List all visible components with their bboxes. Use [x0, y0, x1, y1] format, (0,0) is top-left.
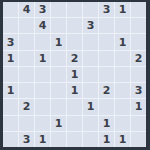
empty-cell-r8c9[interactable]	[131, 116, 146, 131]
empty-cell-r5c6[interactable]	[83, 67, 98, 82]
empty-cell-r4c2[interactable]	[19, 51, 34, 66]
empty-cell-r8c8[interactable]	[115, 116, 130, 131]
clue-cell-r5c5: 1	[67, 67, 82, 82]
empty-cell-r4c6[interactable]	[83, 51, 98, 66]
empty-cell-r5c2[interactable]	[19, 67, 34, 82]
puzzle-board: 433143311112211123211113111	[0, 0, 150, 150]
empty-cell-r4c4[interactable]	[51, 51, 66, 66]
clue-cell-r3c8: 1	[115, 34, 130, 49]
empty-cell-r7c7[interactable]	[99, 99, 114, 114]
empty-cell-r7c8[interactable]	[115, 99, 130, 114]
empty-cell-r2c8[interactable]	[115, 18, 130, 33]
empty-cell-r5c4[interactable]	[51, 67, 66, 82]
clue-cell-r7c9: 1	[131, 99, 146, 114]
empty-cell-r1c5[interactable]	[67, 2, 82, 17]
empty-cell-r4c7[interactable]	[99, 51, 114, 66]
empty-cell-r5c9[interactable]	[131, 67, 146, 82]
empty-cell-r6c6[interactable]	[83, 83, 98, 98]
clue-cell-r4c9: 2	[131, 51, 146, 66]
clue-cell-r1c8: 1	[115, 2, 130, 17]
empty-cell-r2c5[interactable]	[67, 18, 82, 33]
clue-cell-r4c3: 1	[35, 51, 50, 66]
empty-cell-r3c7[interactable]	[99, 34, 114, 49]
empty-cell-r5c3[interactable]	[35, 67, 50, 82]
empty-cell-r9c1[interactable]	[3, 132, 18, 147]
clue-cell-r9c7: 1	[99, 132, 114, 147]
empty-cell-r9c4[interactable]	[51, 132, 66, 147]
clue-cell-r2c3: 4	[35, 18, 50, 33]
empty-cell-r7c4[interactable]	[51, 99, 66, 114]
clue-cell-r1c3: 3	[35, 2, 50, 17]
clue-cell-r4c1: 1	[3, 51, 18, 66]
clue-cell-r8c7: 1	[99, 116, 114, 131]
clue-cell-r1c7: 3	[99, 2, 114, 17]
empty-cell-r6c2[interactable]	[19, 83, 34, 98]
empty-cell-r7c3[interactable]	[35, 99, 50, 114]
empty-cell-r2c9[interactable]	[131, 18, 146, 33]
empty-cell-r8c1[interactable]	[3, 116, 18, 131]
empty-cell-r1c1[interactable]	[3, 2, 18, 17]
clue-cell-r1c2: 4	[19, 2, 34, 17]
clue-cell-r8c4: 1	[51, 116, 66, 131]
clue-cell-r6c1: 1	[3, 83, 18, 98]
empty-cell-r2c4[interactable]	[51, 18, 66, 33]
empty-cell-r2c2[interactable]	[19, 18, 34, 33]
empty-cell-r2c1[interactable]	[3, 18, 18, 33]
clue-cell-r3c4: 1	[51, 34, 66, 49]
clue-cell-r7c6: 1	[83, 99, 98, 114]
empty-cell-r3c9[interactable]	[131, 34, 146, 49]
empty-cell-r7c1[interactable]	[3, 99, 18, 114]
clue-cell-r2c6: 3	[83, 18, 98, 33]
empty-cell-r8c6[interactable]	[83, 116, 98, 131]
empty-cell-r6c8[interactable]	[115, 83, 130, 98]
empty-cell-r9c6[interactable]	[83, 132, 98, 147]
empty-cell-r8c2[interactable]	[19, 116, 34, 131]
empty-cell-r6c3[interactable]	[35, 83, 50, 98]
empty-cell-r3c3[interactable]	[35, 34, 50, 49]
clue-cell-r4c5: 2	[67, 51, 82, 66]
empty-cell-r2c7[interactable]	[99, 18, 114, 33]
empty-cell-r1c9[interactable]	[131, 2, 146, 17]
clue-cell-r6c9: 3	[131, 83, 146, 98]
clue-cell-r3c1: 3	[3, 34, 18, 49]
empty-cell-r5c1[interactable]	[3, 67, 18, 82]
empty-cell-r4c8[interactable]	[115, 51, 130, 66]
empty-cell-r5c7[interactable]	[99, 67, 114, 82]
empty-cell-r1c6[interactable]	[83, 2, 98, 17]
empty-cell-r3c2[interactable]	[19, 34, 34, 49]
empty-cell-r5c8[interactable]	[115, 67, 130, 82]
empty-cell-r8c5[interactable]	[67, 116, 82, 131]
empty-cell-r9c5[interactable]	[67, 132, 82, 147]
empty-cell-r3c6[interactable]	[83, 34, 98, 49]
clue-cell-r9c3: 1	[35, 132, 50, 147]
clue-cell-r7c2: 2	[19, 99, 34, 114]
empty-cell-r9c9[interactable]	[131, 132, 146, 147]
empty-cell-r3c5[interactable]	[67, 34, 82, 49]
empty-cell-r1c4[interactable]	[51, 2, 66, 17]
clue-cell-r9c2: 3	[19, 132, 34, 147]
clue-cell-r9c8: 1	[115, 132, 130, 147]
empty-cell-r8c3[interactable]	[35, 116, 50, 131]
clue-cell-r6c5: 1	[67, 83, 82, 98]
empty-cell-r7c5[interactable]	[67, 99, 82, 114]
clue-cell-r6c7: 2	[99, 83, 114, 98]
empty-cell-r6c4[interactable]	[51, 83, 66, 98]
